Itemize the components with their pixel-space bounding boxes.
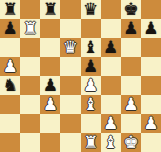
square-c6[interactable]	[40, 38, 60, 57]
square-d4[interactable]	[60, 76, 80, 95]
square-g1[interactable]: ♚	[121, 133, 141, 152]
square-f3[interactable]	[101, 95, 121, 114]
square-e6[interactable]: ♝	[81, 38, 101, 57]
piece-white-pawn: ♟	[83, 76, 98, 95]
square-b5[interactable]	[20, 57, 40, 76]
chess-board: ♜♜♛♚♟♜♟♟♛♝♟♟♟♞♟♟♟♝♟♟♟♜♝♚	[0, 0, 161, 152]
square-e3[interactable]: ♝	[81, 95, 101, 114]
square-g7[interactable]: ♟	[121, 19, 141, 38]
square-f7[interactable]	[101, 19, 121, 38]
square-a1[interactable]	[0, 133, 20, 152]
square-b4[interactable]	[20, 76, 40, 95]
square-d2[interactable]	[60, 114, 80, 133]
piece-white-rook: ♜	[23, 19, 38, 38]
square-f5[interactable]	[101, 57, 121, 76]
square-e2[interactable]	[81, 114, 101, 133]
square-f6[interactable]: ♟	[101, 38, 121, 57]
square-f4[interactable]	[101, 76, 121, 95]
square-g4[interactable]	[121, 76, 141, 95]
square-e1[interactable]: ♜	[81, 133, 101, 152]
square-b2[interactable]	[20, 114, 40, 133]
square-g3[interactable]: ♟	[121, 95, 141, 114]
square-h4[interactable]	[141, 76, 161, 95]
square-a3[interactable]	[0, 95, 20, 114]
square-c8[interactable]: ♜	[40, 0, 60, 19]
square-h1[interactable]	[141, 133, 161, 152]
square-d8[interactable]	[60, 0, 80, 19]
piece-black-bishop: ♝	[83, 38, 98, 57]
square-h8[interactable]	[141, 0, 161, 19]
square-h7[interactable]: ♟	[141, 19, 161, 38]
square-h5[interactable]	[141, 57, 161, 76]
piece-white-bishop: ♝	[103, 133, 118, 152]
square-g8[interactable]: ♚	[121, 0, 141, 19]
square-c4[interactable]: ♟	[40, 76, 60, 95]
square-d1[interactable]	[60, 133, 80, 152]
piece-black-rook: ♜	[43, 0, 58, 19]
square-b1[interactable]	[20, 133, 40, 152]
square-a5[interactable]: ♟	[0, 57, 20, 76]
square-g2[interactable]	[121, 114, 141, 133]
square-b8[interactable]	[20, 0, 40, 19]
piece-black-rook: ♜	[2, 0, 17, 19]
square-f2[interactable]: ♟	[101, 114, 121, 133]
piece-white-queen: ♛	[63, 38, 78, 57]
piece-black-pawn: ♟	[103, 38, 118, 57]
piece-white-pawn: ♟	[103, 114, 118, 133]
piece-black-pawn: ♟	[143, 19, 158, 38]
piece-black-queen: ♛	[83, 0, 98, 19]
square-a8[interactable]: ♜	[0, 0, 20, 19]
square-g6[interactable]	[121, 38, 141, 57]
square-d3[interactable]	[60, 95, 80, 114]
piece-white-bishop: ♝	[83, 95, 98, 114]
square-f8[interactable]	[101, 0, 121, 19]
square-d5[interactable]	[60, 57, 80, 76]
square-h3[interactable]	[141, 95, 161, 114]
square-d7[interactable]	[60, 19, 80, 38]
piece-white-rook: ♜	[83, 133, 98, 152]
square-c2[interactable]	[40, 114, 60, 133]
square-h6[interactable]	[141, 38, 161, 57]
square-c7[interactable]	[40, 19, 60, 38]
piece-white-pawn: ♟	[2, 57, 17, 76]
piece-black-pawn: ♟	[83, 57, 98, 76]
piece-white-king: ♚	[123, 133, 138, 152]
square-a2[interactable]	[0, 114, 20, 133]
piece-black-pawn: ♟	[123, 19, 138, 38]
square-f1[interactable]: ♝	[101, 133, 121, 152]
square-c1[interactable]	[40, 133, 60, 152]
square-a4[interactable]: ♞	[0, 76, 20, 95]
square-a7[interactable]: ♟	[0, 19, 20, 38]
square-c5[interactable]	[40, 57, 60, 76]
piece-black-king: ♚	[123, 0, 138, 19]
square-e4[interactable]: ♟	[81, 76, 101, 95]
square-h2[interactable]: ♟	[141, 114, 161, 133]
piece-white-pawn: ♟	[123, 95, 138, 114]
square-a6[interactable]	[0, 38, 20, 57]
square-e8[interactable]: ♛	[81, 0, 101, 19]
piece-black-pawn: ♟	[2, 19, 17, 38]
square-b3[interactable]	[20, 95, 40, 114]
piece-white-pawn: ♟	[43, 95, 58, 114]
square-b7[interactable]: ♜	[20, 19, 40, 38]
piece-white-pawn: ♟	[143, 114, 158, 133]
square-e5[interactable]: ♟	[81, 57, 101, 76]
square-d6[interactable]: ♛	[60, 38, 80, 57]
piece-black-knight: ♞	[2, 76, 17, 95]
piece-black-pawn: ♟	[43, 76, 58, 95]
square-e7[interactable]	[81, 19, 101, 38]
square-g5[interactable]	[121, 57, 141, 76]
square-c3[interactable]: ♟	[40, 95, 60, 114]
square-b6[interactable]	[20, 38, 40, 57]
